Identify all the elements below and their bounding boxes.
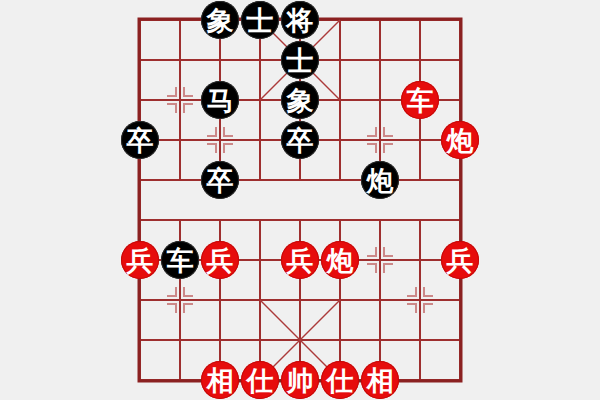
piece-red-soldier[interactable]: 兵	[121, 241, 159, 279]
piece-red-cannon[interactable]: 炮	[321, 241, 359, 279]
piece-red-general[interactable]: 帅	[281, 361, 319, 399]
piece-red-soldier[interactable]: 兵	[441, 241, 479, 279]
xiangqi-board[interactable]: 象士将士马象车卒卒炮卒炮兵车兵兵炮兵相仕帅仕相	[120, 0, 480, 400]
piece-red-advisor[interactable]: 仕	[241, 361, 279, 399]
piece-red-chariot[interactable]: 车	[401, 81, 439, 119]
piece-black-soldier[interactable]: 卒	[121, 121, 159, 159]
piece-red-soldier[interactable]: 兵	[281, 241, 319, 279]
piece-red-cannon[interactable]: 炮	[441, 121, 479, 159]
piece-red-soldier[interactable]: 兵	[201, 241, 239, 279]
piece-black-soldier[interactable]: 卒	[201, 161, 239, 199]
piece-red-advisor[interactable]: 仕	[321, 361, 359, 399]
xiangqi-app: 象士将士马象车卒卒炮卒炮兵车兵兵炮兵相仕帅仕相	[0, 0, 600, 400]
piece-red-elephant[interactable]: 相	[201, 361, 239, 399]
piece-black-soldier[interactable]: 卒	[281, 121, 319, 159]
piece-black-advisor[interactable]: 士	[241, 1, 279, 39]
piece-black-elephant[interactable]: 象	[201, 1, 239, 39]
piece-black-elephant[interactable]: 象	[281, 81, 319, 119]
piece-black-horse[interactable]: 马	[201, 81, 239, 119]
piece-black-advisor[interactable]: 士	[281, 41, 319, 79]
piece-black-chariot[interactable]: 车	[161, 241, 199, 279]
piece-black-general[interactable]: 将	[281, 1, 319, 39]
piece-black-cannon[interactable]: 炮	[361, 161, 399, 199]
piece-red-elephant[interactable]: 相	[361, 361, 399, 399]
